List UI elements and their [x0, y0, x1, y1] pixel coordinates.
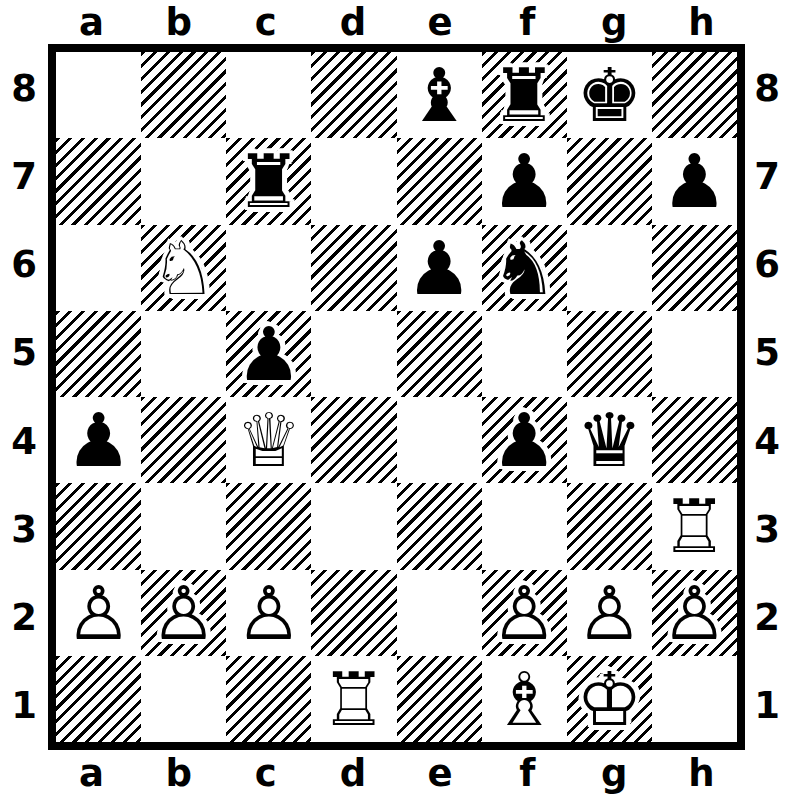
square-g4[interactable]: ♛♛: [567, 397, 652, 483]
square-a2[interactable]: ♟♙: [56, 570, 141, 656]
piece-white-pawn: ♟♙: [567, 570, 652, 656]
rank-label-left-5: 5: [0, 309, 48, 397]
square-d2[interactable]: [311, 570, 396, 656]
file-label-top-h: h: [658, 0, 745, 44]
white-pawn-icon: ♙: [652, 570, 737, 656]
square-e3[interactable]: [397, 483, 482, 569]
square-c5[interactable]: ♟♟: [226, 311, 311, 397]
white-bishop-icon: ♗: [482, 656, 567, 742]
file-label-top-c: c: [222, 0, 309, 44]
square-b3[interactable]: [141, 483, 226, 569]
piece-white-king: ♚♔: [567, 656, 652, 742]
file-label-bottom-e: e: [397, 750, 484, 797]
rank-label-right-7: 7: [745, 132, 789, 220]
black-pawn-icon: ♟: [226, 311, 311, 397]
rank-label-left-2: 2: [0, 574, 48, 662]
black-queen-icon: ♛: [567, 397, 652, 483]
square-d6[interactable]: [311, 225, 396, 311]
square-a8[interactable]: [56, 52, 141, 138]
rank-label-right-3: 3: [745, 485, 789, 573]
square-d1[interactable]: ♜♖: [311, 656, 396, 742]
square-b5[interactable]: [141, 311, 226, 397]
square-a4[interactable]: ♟♟: [56, 397, 141, 483]
piece-black-pawn: ♟♟: [226, 311, 311, 397]
square-a3[interactable]: [56, 483, 141, 569]
file-label-bottom-c: c: [222, 750, 309, 797]
square-f6[interactable]: ♞♞: [482, 225, 567, 311]
square-a1[interactable]: [56, 656, 141, 742]
piece-white-knight: ♞♘: [141, 225, 226, 311]
black-rook-icon: ♜: [226, 138, 311, 224]
rank-labels-left: 87654321: [0, 44, 48, 750]
square-h7[interactable]: ♟♟: [652, 138, 737, 224]
piece-white-pawn: ♟♙: [652, 570, 737, 656]
square-f8[interactable]: ♜♜: [482, 52, 567, 138]
square-b7[interactable]: [141, 138, 226, 224]
file-label-top-f: f: [484, 0, 571, 44]
white-king-icon: ♔: [567, 656, 652, 742]
file-label-top-g: g: [571, 0, 658, 44]
piece-black-rook: ♜♜: [226, 138, 311, 224]
square-g6[interactable]: [567, 225, 652, 311]
square-e4[interactable]: [397, 397, 482, 483]
square-f1[interactable]: ♝♗: [482, 656, 567, 742]
black-pawn-icon: ♟: [56, 397, 141, 483]
square-f7[interactable]: ♟♟: [482, 138, 567, 224]
square-d5[interactable]: [311, 311, 396, 397]
square-b4[interactable]: [141, 397, 226, 483]
file-label-top-b: b: [135, 0, 222, 44]
file-label-top-e: e: [397, 0, 484, 44]
piece-white-rook: ♜♖: [652, 483, 737, 569]
white-pawn-icon: ♙: [141, 570, 226, 656]
piece-black-queen: ♛♛: [567, 397, 652, 483]
file-label-bottom-f: f: [484, 750, 571, 797]
square-c1[interactable]: [226, 656, 311, 742]
piece-white-pawn: ♟♙: [56, 570, 141, 656]
file-label-bottom-g: g: [571, 750, 658, 797]
white-pawn-icon: ♙: [567, 570, 652, 656]
square-e1[interactable]: [397, 656, 482, 742]
piece-white-pawn: ♟♙: [141, 570, 226, 656]
black-pawn-icon: ♟: [482, 138, 567, 224]
chess-board: ♝♝♜♜♚♚♜♜♟♟♟♟♞♘♟♟♞♞♟♟♟♟♛♕♟♟♛♛♜♖♟♙♟♙♟♙♟♙♟♙…: [48, 44, 745, 750]
chess-diagram: abcdefgh 87654321 87654321 ♝♝♜♜♚♚♜♜♟♟♟♟♞…: [0, 0, 789, 797]
square-c3[interactable]: [226, 483, 311, 569]
square-e2[interactable]: [397, 570, 482, 656]
square-h3[interactable]: ♜♖: [652, 483, 737, 569]
black-pawn-icon: ♟: [482, 397, 567, 483]
piece-black-pawn: ♟♟: [482, 397, 567, 483]
square-h2[interactable]: ♟♙: [652, 570, 737, 656]
square-h8[interactable]: [652, 52, 737, 138]
square-d7[interactable]: [311, 138, 396, 224]
square-h6[interactable]: [652, 225, 737, 311]
rank-label-right-1: 1: [745, 662, 789, 750]
black-knight-icon: ♞: [482, 225, 567, 311]
white-pawn-icon: ♙: [482, 570, 567, 656]
piece-black-rook: ♜♜: [482, 52, 567, 138]
square-b2[interactable]: ♟♙: [141, 570, 226, 656]
rank-label-left-1: 1: [0, 662, 48, 750]
square-b6[interactable]: ♞♘: [141, 225, 226, 311]
square-a7[interactable]: [56, 138, 141, 224]
rank-label-right-6: 6: [745, 221, 789, 309]
white-knight-icon: ♘: [141, 225, 226, 311]
white-rook-icon: ♖: [652, 483, 737, 569]
piece-white-rook: ♜♖: [311, 656, 396, 742]
rank-label-right-8: 8: [745, 44, 789, 132]
square-g5[interactable]: [567, 311, 652, 397]
square-a6[interactable]: [56, 225, 141, 311]
piece-white-bishop: ♝♗: [482, 656, 567, 742]
square-b8[interactable]: [141, 52, 226, 138]
square-d3[interactable]: [311, 483, 396, 569]
file-label-bottom-a: a: [48, 750, 135, 797]
piece-white-queen: ♛♕: [226, 397, 311, 483]
white-rook-icon: ♖: [311, 656, 396, 742]
piece-white-pawn: ♟♙: [482, 570, 567, 656]
rank-label-left-7: 7: [0, 132, 48, 220]
file-label-bottom-d: d: [309, 750, 396, 797]
piece-black-bishop: ♝♝: [397, 52, 482, 138]
square-b1[interactable]: [141, 656, 226, 742]
piece-white-pawn: ♟♙: [226, 570, 311, 656]
black-bishop-icon: ♝: [397, 52, 482, 138]
square-c2[interactable]: ♟♙: [226, 570, 311, 656]
square-c8[interactable]: [226, 52, 311, 138]
square-h5[interactable]: [652, 311, 737, 397]
square-d4[interactable]: [311, 397, 396, 483]
rank-label-left-8: 8: [0, 44, 48, 132]
square-d8[interactable]: [311, 52, 396, 138]
rank-label-right-2: 2: [745, 574, 789, 662]
square-g3[interactable]: [567, 483, 652, 569]
black-pawn-icon: ♟: [397, 225, 482, 311]
square-h4[interactable]: [652, 397, 737, 483]
square-e8[interactable]: ♝♝: [397, 52, 482, 138]
square-f4[interactable]: ♟♟: [482, 397, 567, 483]
rank-labels-right: 87654321: [745, 44, 789, 750]
piece-black-pawn: ♟♟: [652, 138, 737, 224]
square-a5[interactable]: [56, 311, 141, 397]
piece-black-king: ♚♚: [567, 52, 652, 138]
file-label-bottom-h: h: [658, 750, 745, 797]
white-pawn-icon: ♙: [56, 570, 141, 656]
file-label-bottom-b: b: [135, 750, 222, 797]
piece-black-pawn: ♟♟: [397, 225, 482, 311]
square-h1[interactable]: [652, 656, 737, 742]
square-f2[interactable]: ♟♙: [482, 570, 567, 656]
file-label-top-d: d: [309, 0, 396, 44]
black-pawn-icon: ♟: [652, 138, 737, 224]
square-g2[interactable]: ♟♙: [567, 570, 652, 656]
black-rook-icon: ♜: [482, 52, 567, 138]
file-labels-bottom: abcdefgh: [48, 750, 745, 797]
piece-black-pawn: ♟♟: [482, 138, 567, 224]
square-e6[interactable]: ♟♟: [397, 225, 482, 311]
square-c7[interactable]: ♜♜: [226, 138, 311, 224]
white-pawn-icon: ♙: [226, 570, 311, 656]
white-queen-icon: ♕: [226, 397, 311, 483]
rank-label-right-5: 5: [745, 309, 789, 397]
file-label-top-a: a: [48, 0, 135, 44]
piece-black-knight: ♞♞: [482, 225, 567, 311]
square-g1[interactable]: ♚♔: [567, 656, 652, 742]
square-f3[interactable]: [482, 483, 567, 569]
file-labels-top: abcdefgh: [48, 0, 745, 44]
rank-label-left-3: 3: [0, 485, 48, 573]
square-c6[interactable]: [226, 225, 311, 311]
square-g8[interactable]: ♚♚: [567, 52, 652, 138]
rank-label-left-6: 6: [0, 221, 48, 309]
square-e7[interactable]: [397, 138, 482, 224]
square-e5[interactable]: [397, 311, 482, 397]
rank-label-left-4: 4: [0, 397, 48, 485]
square-g7[interactable]: [567, 138, 652, 224]
square-c4[interactable]: ♛♕: [226, 397, 311, 483]
square-f5[interactable]: [482, 311, 567, 397]
black-king-icon: ♚: [567, 52, 652, 138]
rank-label-right-4: 4: [745, 397, 789, 485]
piece-black-pawn: ♟♟: [56, 397, 141, 483]
